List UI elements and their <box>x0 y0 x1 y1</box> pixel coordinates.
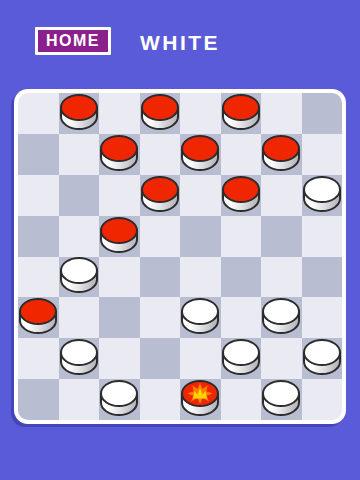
board-square[interactable] <box>221 379 262 420</box>
white-piece[interactable] <box>60 257 98 294</box>
piece-top <box>181 135 219 162</box>
board-square[interactable] <box>261 175 302 216</box>
red-piece[interactable] <box>262 135 300 172</box>
board-square[interactable] <box>59 93 100 134</box>
red-piece[interactable] <box>19 298 57 335</box>
board-square[interactable] <box>140 175 181 216</box>
board-square[interactable] <box>140 257 181 298</box>
board-square[interactable] <box>261 216 302 257</box>
red-piece[interactable] <box>141 94 179 131</box>
board-square[interactable] <box>140 297 181 338</box>
red-piece[interactable] <box>60 94 98 131</box>
piece-top <box>262 135 300 162</box>
board-square[interactable] <box>99 134 140 175</box>
board-square[interactable] <box>99 338 140 379</box>
board-square[interactable] <box>99 257 140 298</box>
board-square[interactable] <box>18 338 59 379</box>
board-square[interactable] <box>180 216 221 257</box>
board-frame <box>14 89 346 424</box>
board-square[interactable] <box>302 93 343 134</box>
board-square[interactable] <box>302 379 343 420</box>
red-piece[interactable] <box>100 217 138 254</box>
white-piece[interactable] <box>222 339 260 376</box>
white-piece[interactable] <box>303 176 341 213</box>
board-square[interactable] <box>18 216 59 257</box>
board-square[interactable] <box>59 379 100 420</box>
board-square[interactable] <box>302 338 343 379</box>
board-square[interactable] <box>59 297 100 338</box>
board-square[interactable] <box>261 297 302 338</box>
board-square[interactable] <box>140 93 181 134</box>
board-square[interactable] <box>221 297 262 338</box>
top-bar: HOME WHITE <box>0 0 360 62</box>
board-square[interactable] <box>99 216 140 257</box>
board-square[interactable] <box>180 338 221 379</box>
board-square[interactable] <box>140 338 181 379</box>
board-square[interactable] <box>99 379 140 420</box>
piece-top <box>141 94 179 121</box>
piece-top <box>100 135 138 162</box>
red-piece[interactable] <box>222 94 260 131</box>
board-square[interactable] <box>180 297 221 338</box>
red-king-piece[interactable] <box>181 380 219 417</box>
board-square[interactable] <box>140 216 181 257</box>
board-square[interactable] <box>180 134 221 175</box>
board-square[interactable] <box>59 338 100 379</box>
turn-indicator: WHITE <box>0 31 360 55</box>
piece-top <box>141 176 179 203</box>
board-square[interactable] <box>261 338 302 379</box>
board-square[interactable] <box>261 93 302 134</box>
board-square[interactable] <box>302 257 343 298</box>
board-square[interactable] <box>140 134 181 175</box>
board-square[interactable] <box>18 175 59 216</box>
board-square[interactable] <box>18 379 59 420</box>
board-square[interactable] <box>302 297 343 338</box>
board-square[interactable] <box>180 379 221 420</box>
board-square[interactable] <box>99 175 140 216</box>
board-square[interactable] <box>261 379 302 420</box>
crown-icon <box>187 383 213 404</box>
board-square[interactable] <box>221 134 262 175</box>
board-square[interactable] <box>18 93 59 134</box>
red-piece[interactable] <box>100 135 138 172</box>
red-piece[interactable] <box>181 135 219 172</box>
board-square[interactable] <box>18 134 59 175</box>
board-square[interactable] <box>221 175 262 216</box>
white-piece[interactable] <box>262 298 300 335</box>
white-piece[interactable] <box>181 298 219 335</box>
board-square[interactable] <box>140 379 181 420</box>
piece-top <box>222 94 260 121</box>
red-piece[interactable] <box>222 176 260 213</box>
board-square[interactable] <box>302 175 343 216</box>
board-square[interactable] <box>221 257 262 298</box>
board-square[interactable] <box>99 297 140 338</box>
board-square[interactable] <box>180 257 221 298</box>
white-piece[interactable] <box>262 380 300 417</box>
piece-top <box>60 339 98 366</box>
piece-top <box>303 176 341 203</box>
red-piece[interactable] <box>141 176 179 213</box>
checkers-board <box>18 93 342 420</box>
white-piece[interactable] <box>100 380 138 417</box>
board-square[interactable] <box>221 338 262 379</box>
board-square[interactable] <box>261 134 302 175</box>
board-square[interactable] <box>261 257 302 298</box>
board-square[interactable] <box>59 257 100 298</box>
board-square[interactable] <box>180 175 221 216</box>
piece-top <box>60 94 98 121</box>
white-piece[interactable] <box>303 339 341 376</box>
board-square[interactable] <box>99 93 140 134</box>
white-piece[interactable] <box>60 339 98 376</box>
piece-top <box>100 217 138 244</box>
board-square[interactable] <box>59 175 100 216</box>
piece-top <box>303 339 341 366</box>
board-square[interactable] <box>18 297 59 338</box>
board-square[interactable] <box>221 93 262 134</box>
board-square[interactable] <box>302 134 343 175</box>
piece-top <box>222 176 260 203</box>
board-square[interactable] <box>59 134 100 175</box>
board-square[interactable] <box>18 257 59 298</box>
board-square[interactable] <box>221 216 262 257</box>
board-square[interactable] <box>180 93 221 134</box>
board-square[interactable] <box>302 216 343 257</box>
piece-top <box>222 339 260 366</box>
board-square[interactable] <box>59 216 100 257</box>
